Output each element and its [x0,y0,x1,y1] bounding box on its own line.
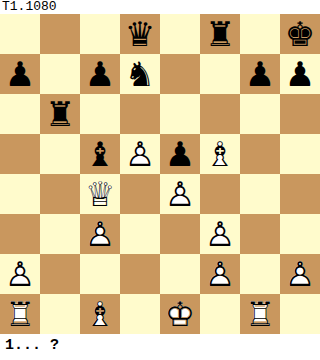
square-d6[interactable] [120,94,160,134]
square-d4[interactable] [120,174,160,214]
square-e8[interactable] [160,14,200,54]
square-g7[interactable]: ♟ [240,54,280,94]
square-c5[interactable]: ♝ [80,134,120,174]
square-c8[interactable] [80,14,120,54]
square-a3[interactable] [0,214,40,254]
square-g5[interactable] [240,134,280,174]
square-b8[interactable] [40,14,80,54]
square-a4[interactable] [0,174,40,214]
white-pawn-icon[interactable]: ♟♙ [0,254,40,294]
piece-outline: ♖ [240,294,280,334]
square-a2[interactable]: ♟♙ [0,254,40,294]
piece-outline: ♙ [160,174,200,214]
black-rook-icon[interactable]: ♜ [40,94,80,134]
white-bishop-icon[interactable]: ♝♗ [200,134,240,174]
square-g8[interactable] [240,14,280,54]
square-c2[interactable] [80,254,120,294]
white-pawn-icon[interactable]: ♟♙ [200,214,240,254]
white-king-icon[interactable]: ♚♔ [160,294,200,334]
square-a5[interactable] [0,134,40,174]
square-h7[interactable]: ♟ [280,54,320,94]
square-e3[interactable] [160,214,200,254]
black-bishop-icon[interactable]: ♝ [80,134,120,174]
square-h8[interactable]: ♚ [280,14,320,54]
white-pawn-icon[interactable]: ♟♙ [120,134,160,174]
white-queen-icon[interactable]: ♛♕ [80,174,120,214]
square-h3[interactable] [280,214,320,254]
square-g2[interactable] [240,254,280,294]
square-a1[interactable]: ♜♖ [0,294,40,334]
square-e5[interactable]: ♟ [160,134,200,174]
square-a8[interactable] [0,14,40,54]
white-rook-icon[interactable]: ♜♖ [0,294,40,334]
black-queen-icon[interactable]: ♛ [120,14,160,54]
square-d8[interactable]: ♛ [120,14,160,54]
square-f6[interactable] [200,94,240,134]
square-h5[interactable] [280,134,320,174]
square-f4[interactable] [200,174,240,214]
square-f1[interactable] [200,294,240,334]
piece-outline: ♕ [80,174,120,214]
square-d5[interactable]: ♟♙ [120,134,160,174]
square-f7[interactable] [200,54,240,94]
square-g6[interactable] [240,94,280,134]
piece-outline: ♙ [80,214,120,254]
square-b1[interactable] [40,294,80,334]
white-pawn-icon[interactable]: ♟♙ [160,174,200,214]
square-h2[interactable]: ♟♙ [280,254,320,294]
black-pawn-icon[interactable]: ♟ [160,134,200,174]
square-d2[interactable] [120,254,160,294]
square-e2[interactable] [160,254,200,294]
puzzle-id: T1.1080 [0,0,320,14]
square-g4[interactable] [240,174,280,214]
square-e4[interactable]: ♟♙ [160,174,200,214]
square-f3[interactable]: ♟♙ [200,214,240,254]
white-pawn-icon[interactable]: ♟♙ [80,214,120,254]
white-bishop-icon[interactable]: ♝♗ [80,294,120,334]
square-b2[interactable] [40,254,80,294]
white-pawn-icon[interactable]: ♟♙ [280,254,320,294]
square-g3[interactable] [240,214,280,254]
square-f2[interactable]: ♟♙ [200,254,240,294]
square-g1[interactable]: ♜♖ [240,294,280,334]
square-e1[interactable]: ♚♔ [160,294,200,334]
black-knight-icon[interactable]: ♞ [120,54,160,94]
move-prompt: 1... ? [0,334,320,360]
piece-outline: ♙ [120,134,160,174]
square-a7[interactable]: ♟ [0,54,40,94]
piece-outline: ♗ [80,294,120,334]
square-b4[interactable] [40,174,80,214]
square-f8[interactable]: ♜ [200,14,240,54]
square-c7[interactable]: ♟ [80,54,120,94]
square-b6[interactable]: ♜ [40,94,80,134]
square-d7[interactable]: ♞ [120,54,160,94]
piece-outline: ♔ [160,294,200,334]
black-pawn-icon[interactable]: ♟ [0,54,40,94]
square-a6[interactable] [0,94,40,134]
piece-outline: ♙ [280,254,320,294]
white-rook-icon[interactable]: ♜♖ [240,294,280,334]
black-pawn-icon[interactable]: ♟ [80,54,120,94]
chess-board: ♛♜♚♟♟♞♟♟♜♝♟♙♟♝♗♛♕♟♙♟♙♟♙♟♙♟♙♟♙♜♖♝♗♚♔♜♖ [0,14,320,334]
square-b5[interactable] [40,134,80,174]
square-h1[interactable] [280,294,320,334]
black-pawn-icon[interactable]: ♟ [240,54,280,94]
piece-outline: ♖ [0,294,40,334]
square-e7[interactable] [160,54,200,94]
square-c4[interactable]: ♛♕ [80,174,120,214]
square-c6[interactable] [80,94,120,134]
square-b3[interactable] [40,214,80,254]
square-h4[interactable] [280,174,320,214]
black-king-icon[interactable]: ♚ [280,14,320,54]
square-c3[interactable]: ♟♙ [80,214,120,254]
white-pawn-icon[interactable]: ♟♙ [200,254,240,294]
square-h6[interactable] [280,94,320,134]
black-rook-icon[interactable]: ♜ [200,14,240,54]
piece-outline: ♙ [200,254,240,294]
square-d1[interactable] [120,294,160,334]
square-d3[interactable] [120,214,160,254]
black-pawn-icon[interactable]: ♟ [280,54,320,94]
square-e6[interactable] [160,94,200,134]
square-b7[interactable] [40,54,80,94]
square-c1[interactable]: ♝♗ [80,294,120,334]
square-f5[interactable]: ♝♗ [200,134,240,174]
chess-puzzle-window: T1.1080 ♛♜♚♟♟♞♟♟♜♝♟♙♟♝♗♛♕♟♙♟♙♟♙♟♙♟♙♟♙♜♖♝… [0,0,320,360]
piece-outline: ♙ [0,254,40,294]
piece-outline: ♙ [200,214,240,254]
piece-outline: ♗ [200,134,240,174]
